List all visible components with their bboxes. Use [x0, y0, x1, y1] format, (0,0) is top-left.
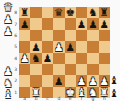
square-d7[interactable]: [53, 18, 64, 29]
square-a6[interactable]: [19, 30, 30, 41]
black-rook[interactable]: ♜: [20, 7, 29, 18]
square-b3[interactable]: [30, 64, 41, 75]
square-h4[interactable]: [99, 53, 110, 64]
black-pawn[interactable]: ♟: [65, 42, 74, 53]
black-pawn[interactable]: ♟: [20, 19, 29, 30]
black-king[interactable]: ♚: [65, 7, 74, 18]
white-pawn[interactable]: ♟: [88, 76, 97, 87]
square-c3[interactable]: [42, 64, 53, 75]
rank-label-1: 1: [12, 87, 18, 98]
square-f2[interactable]: ♟: [76, 75, 87, 86]
square-b8[interactable]: [30, 7, 41, 18]
square-e7[interactable]: [65, 18, 76, 29]
square-h6[interactable]: [99, 30, 110, 41]
square-e5[interactable]: ♟: [65, 41, 76, 52]
square-b7[interactable]: [30, 18, 41, 29]
square-d3[interactable]: [53, 64, 64, 75]
file-label-b: b: [30, 96, 41, 101]
square-b2[interactable]: [30, 75, 41, 86]
black-pawn[interactable]: ♟: [100, 19, 109, 30]
file-label-g: g: [87, 96, 98, 101]
square-c2[interactable]: [42, 75, 53, 86]
square-g4[interactable]: [87, 53, 98, 64]
square-f8[interactable]: [76, 7, 87, 18]
square-b5[interactable]: ♟: [30, 41, 41, 52]
captured-black-pieces-tray: ♝♝: [108, 74, 120, 99]
captured-black-bishop: ♝: [108, 74, 120, 87]
square-c4[interactable]: ♟: [42, 53, 53, 64]
square-g2[interactable]: ♟: [87, 75, 98, 86]
square-e2[interactable]: [65, 75, 76, 86]
square-h8[interactable]: ♜: [99, 7, 110, 18]
square-b4[interactable]: ♞: [30, 53, 41, 64]
rank-label-8: 8: [12, 7, 18, 18]
square-a8[interactable]: ♜: [19, 7, 30, 18]
square-f6[interactable]: [76, 30, 87, 41]
square-a5[interactable]: [19, 41, 30, 52]
black-knight[interactable]: ♞: [31, 53, 40, 64]
square-g7[interactable]: ♟: [87, 18, 98, 29]
square-b6[interactable]: [30, 30, 41, 41]
square-e4[interactable]: [65, 53, 76, 64]
square-h5[interactable]: [99, 41, 110, 52]
white-pawn[interactable]: ♟: [77, 76, 86, 87]
square-a2[interactable]: [19, 75, 30, 86]
rank-label-4: 4: [12, 53, 18, 64]
square-f3[interactable]: [76, 64, 87, 75]
square-f4[interactable]: [76, 53, 87, 64]
white-pawn[interactable]: ♟: [20, 53, 29, 64]
square-d6[interactable]: [53, 30, 64, 41]
square-c8[interactable]: [42, 7, 53, 18]
file-label-d: d: [53, 96, 64, 101]
square-d8[interactable]: ♛: [53, 7, 64, 18]
square-g3[interactable]: [87, 64, 98, 75]
square-c7[interactable]: [42, 18, 53, 29]
rank-label-2: 2: [12, 75, 18, 86]
black-pawn[interactable]: ♟: [88, 19, 97, 30]
chess-app-window: ♛♟♟ ♟♞♝ 87654321 ♜♛♚♞♜♟♟♟♟♟♟♟♟♞♟♟♟♟♟♜♚♝♞…: [0, 0, 120, 101]
square-d5[interactable]: ♟: [53, 41, 64, 52]
square-c6[interactable]: [42, 30, 53, 41]
captured-black-bishop: ♝: [108, 87, 120, 100]
square-f7[interactable]: ♟: [76, 18, 87, 29]
black-knight[interactable]: ♞: [88, 7, 97, 18]
rank-labels: 87654321: [12, 7, 18, 98]
black-rook[interactable]: ♜: [100, 7, 109, 18]
square-c5[interactable]: [42, 41, 53, 52]
square-e3[interactable]: [65, 64, 76, 75]
white-pawn[interactable]: ♟: [54, 42, 63, 53]
black-queen[interactable]: ♛: [54, 7, 63, 18]
square-e8[interactable]: ♚: [65, 7, 76, 18]
file-labels: abcdefgh: [19, 96, 110, 101]
square-g8[interactable]: ♞: [87, 7, 98, 18]
square-a7[interactable]: ♟: [19, 18, 30, 29]
black-pawn[interactable]: ♟: [77, 19, 86, 30]
file-label-a: a: [19, 96, 30, 101]
chess-board[interactable]: ♜♛♚♞♜♟♟♟♟♟♟♟♟♞♟♟♟♟♟♜♚♝♞♜: [19, 7, 110, 98]
black-pawn[interactable]: ♟: [31, 42, 40, 53]
rank-label-7: 7: [12, 18, 18, 29]
square-h7[interactable]: ♟: [99, 18, 110, 29]
file-label-c: c: [42, 96, 53, 101]
black-pawn[interactable]: ♟: [43, 53, 52, 64]
rank-label-3: 3: [12, 64, 18, 75]
square-d2[interactable]: ♟: [53, 75, 64, 86]
black-pawn[interactable]: ♟: [54, 76, 63, 87]
square-d4[interactable]: [53, 53, 64, 64]
square-a4[interactable]: ♟: [19, 53, 30, 64]
square-g6[interactable]: [87, 30, 98, 41]
rank-label-6: 6: [12, 30, 18, 41]
rank-label-5: 5: [12, 41, 18, 52]
square-e6[interactable]: [65, 30, 76, 41]
square-f5[interactable]: [76, 41, 87, 52]
file-label-e: e: [65, 96, 76, 101]
file-label-f: f: [76, 96, 87, 101]
square-a3[interactable]: [19, 64, 30, 75]
square-g5[interactable]: [87, 41, 98, 52]
